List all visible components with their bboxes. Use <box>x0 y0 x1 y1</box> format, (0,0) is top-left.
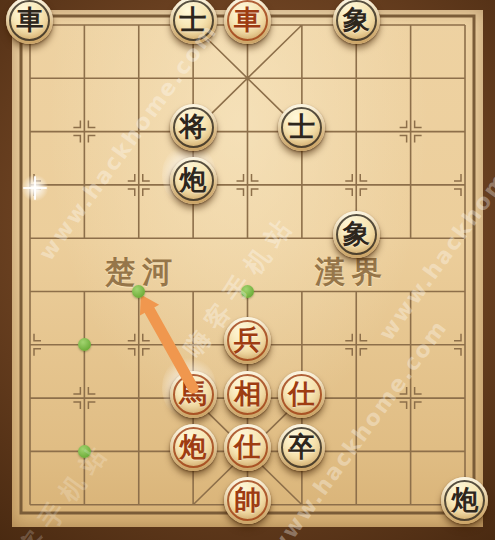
hint-arrow <box>0 0 495 540</box>
move-dot[interactable] <box>78 445 91 458</box>
game-screen: 楚河 漢界 車士車象将士炮象兵馬相仕炮仕卒帥炮 www.hackhome.com… <box>0 0 495 540</box>
move-dot[interactable] <box>241 285 254 298</box>
sparkle-effect <box>21 174 49 202</box>
